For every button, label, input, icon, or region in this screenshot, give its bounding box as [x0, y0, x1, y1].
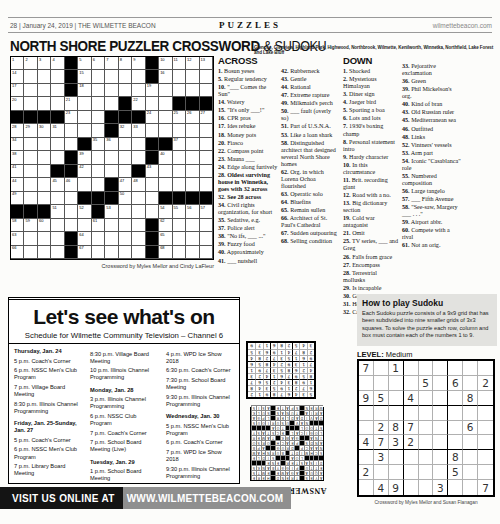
crossword-byline: Crossword by Myles Mellor and Cindy LaFl… — [10, 263, 214, 269]
crossword-cell: A — [289, 435, 294, 440]
crossword-cell-number: 53 — [106, 205, 110, 210]
sudoku-solution-digit: 8 — [302, 350, 305, 355]
crossword-cell-number: 19 — [147, 83, 151, 88]
crossword-solution-letter: E — [252, 456, 256, 460]
sudoku-cell: 8 — [463, 391, 478, 406]
sudoku-cell: 7 — [292, 349, 299, 355]
crossword-black-cell — [146, 246, 159, 259]
crossword-clue: 45. Mediterranean sea — [402, 117, 462, 124]
sudoku-cell: 1 — [248, 367, 255, 373]
crossword-solution-letter: E — [252, 476, 256, 480]
sudoku-cell — [374, 361, 389, 376]
crossword-solution-letter: N — [314, 436, 318, 440]
clue-number: 24. — [218, 164, 226, 170]
clue-number: 20. — [218, 140, 226, 146]
crossword-solution-letter: E — [310, 406, 314, 410]
sudoku-solution-digit: 4 — [273, 362, 276, 367]
sudoku-cell: 7 — [404, 421, 419, 436]
crossword-solution-letter: S — [257, 431, 261, 435]
crossword-cell — [132, 232, 145, 245]
crossword-cell — [105, 97, 118, 110]
schedule-day-heading: Tuesday, Jan. 29 — [90, 459, 158, 466]
crossword-cell: B — [270, 465, 275, 470]
sudoku-cell — [478, 361, 493, 376]
sudoku-cell: 4 — [307, 367, 314, 373]
clue-number: 8. — [343, 139, 348, 145]
sudoku-cell — [433, 391, 448, 406]
crossword-solution-letter: S — [319, 451, 323, 455]
crossword-cell: 26 — [186, 111, 199, 124]
crossword-solution-letter: G — [276, 446, 280, 450]
across-clues-column-1: 1. Bosun yeses5. Regular tendency10. "__… — [218, 68, 278, 266]
sudoku-cell — [419, 480, 434, 495]
crossword-cell-number: 35 — [93, 137, 97, 142]
crossword-cell: G — [309, 430, 314, 435]
sudoku-solution-digit: 2 — [295, 386, 298, 391]
crossword-solution-letter: A — [305, 411, 309, 415]
clue-number: 4. — [343, 99, 348, 105]
crossword-cell-number: 32 — [120, 124, 124, 129]
crossword-solution-letter: L — [286, 416, 290, 420]
crossword-cell — [51, 219, 64, 232]
crossword-cell: H — [261, 450, 266, 455]
crossword-cell — [24, 70, 37, 83]
footer-banner-text: VISIT US ONLINE AT — [0, 487, 123, 509]
sudoku-cell — [448, 406, 463, 421]
sudoku-solution-digit: 7 — [273, 356, 276, 361]
sudoku-cell: 8 — [448, 450, 463, 465]
crossword-solution-letter: T — [314, 426, 318, 430]
crossword-cell: 68 — [159, 246, 172, 259]
crossword-solution-letter: I — [305, 431, 309, 435]
crossword-cell: O — [304, 425, 309, 430]
clue-number: 46. — [402, 126, 410, 132]
crossword-solution-letter: D — [319, 416, 323, 420]
crossword-cell-number: 6 — [93, 57, 95, 62]
sudoku-cell: 6 — [307, 385, 314, 391]
sudoku-given-digit: 8 — [392, 421, 399, 433]
crossword-cell-number: 54 — [160, 205, 164, 210]
schedule-listing: 7 p.m. School Board Meeting (Live) — [90, 439, 158, 453]
crossword-cell: E — [251, 475, 256, 480]
clue-number: 52. — [402, 142, 410, 148]
crossword-cell: P — [294, 465, 299, 470]
crossword-black-cell — [256, 425, 261, 430]
crossword-cell-number: 47 — [120, 178, 124, 183]
crossword-cell: A — [261, 430, 266, 435]
crossword-black-cell — [65, 151, 78, 164]
clue-number: 9. — [343, 154, 348, 160]
clue-number: 55. — [402, 173, 410, 179]
sudoku-cell: 6 — [270, 343, 277, 349]
clue-number: 32. — [343, 309, 351, 315]
schedule-column: 8:30 p.m. Village Board Meeting10 p.m. I… — [90, 348, 158, 482]
crossword-cell — [92, 70, 105, 83]
crossword-solution-letter: S — [295, 406, 299, 410]
crossword-cell: O — [275, 425, 280, 430]
sudoku-cell — [359, 450, 374, 465]
sudoku-cell: 5 — [292, 343, 299, 349]
crossword-cell — [51, 246, 64, 259]
crossword-cell — [200, 232, 213, 245]
sudoku-cell: 9 — [248, 343, 255, 349]
sudoku-solution-digit: 7 — [280, 392, 283, 397]
crossword-cell — [132, 138, 145, 151]
sudoku-solution-digit: 1 — [302, 362, 305, 367]
crossword-black-cell — [173, 97, 186, 110]
crossword-cell — [92, 232, 105, 245]
sudoku-solution-digit: 7 — [295, 350, 298, 355]
schedule-listing: 7 p.m. Library Board Meeting — [14, 463, 82, 477]
crossword-black-cell — [299, 465, 304, 470]
crossword-clue: 47. Extreme rapture — [281, 92, 340, 99]
crossword-cell — [24, 97, 37, 110]
sudoku-cell — [419, 361, 434, 376]
crossword-cell — [105, 151, 118, 164]
crossword-cell: 57 — [200, 205, 213, 218]
sudoku-cell: 7 — [270, 355, 277, 361]
crossword-cell — [186, 70, 199, 83]
crossword-cell: 8 — [119, 57, 132, 70]
crossword-cell: R — [256, 475, 261, 480]
sudoku-cell — [463, 406, 478, 421]
crossword-solution-letter: A — [286, 471, 290, 475]
crossword-solution-letter: L — [319, 431, 323, 435]
crossword-solution-letter: I — [290, 466, 294, 470]
crossword-solution-letter: O — [305, 426, 309, 430]
sudoku-cell: 5 — [270, 385, 277, 391]
crossword-cell: A — [285, 440, 290, 445]
sudoku-cell — [419, 465, 434, 480]
crossword-black-cell — [313, 455, 318, 460]
crossword-clue: 50. ___ fault (overly so) — [281, 108, 340, 122]
crossword-cell — [173, 178, 186, 191]
clue-number: 17. — [218, 123, 226, 129]
sudoku-cell: 9 — [292, 373, 299, 379]
crossword-clue: 23. Mauna ___ — [218, 156, 278, 163]
crossword-cell — [119, 205, 132, 218]
sudoku-cell: 6 — [285, 391, 292, 397]
crossword-cell: 30 — [38, 124, 51, 137]
crossword-solution-letter: A — [310, 446, 314, 450]
crossword-cell: U — [289, 410, 294, 415]
crossword-black-cell — [285, 450, 290, 455]
crossword-cell: E — [280, 415, 285, 420]
crossword-cell: D — [289, 415, 294, 420]
crossword-clue: 12. Road with a no. — [343, 192, 399, 199]
sudoku-given-digit: 3 — [392, 436, 399, 448]
crossword-cell: S — [304, 440, 309, 445]
crossword-cell — [159, 97, 172, 110]
sudoku-solution-digit: 3 — [302, 392, 305, 397]
sudoku-cell: 8 — [389, 421, 404, 436]
crossword-cell: U — [285, 420, 290, 425]
crossword-cell-number: 41 — [12, 164, 16, 169]
crossword-cell — [186, 178, 199, 191]
crossword-clue: 13. Big dictionary section — [343, 200, 399, 214]
crossword-black-cell — [251, 460, 256, 465]
crossword-cell: 24 — [146, 111, 159, 124]
crossword-cell-number: 4 — [52, 57, 54, 62]
crossword-cell: M — [261, 470, 266, 475]
crossword-solution-letter: R — [262, 441, 266, 445]
clue-number: 59. — [402, 219, 410, 225]
sudoku-cell: 9 — [307, 355, 314, 361]
crossword-black-cell — [299, 405, 304, 410]
crossword-cell: S — [275, 410, 280, 415]
clue-number: 39. — [218, 241, 226, 247]
crossword-cell: A — [304, 470, 309, 475]
crossword-cell: S — [318, 425, 323, 430]
crossword-cell — [159, 124, 172, 137]
clue-number: 54. — [402, 158, 410, 164]
crossword-clue: 21. Omit — [343, 230, 399, 237]
header-top-rule — [8, 17, 492, 18]
crossword-cell — [38, 246, 51, 259]
crossword-cell: T — [280, 405, 285, 410]
sudoku-solution-digit: 6 — [258, 380, 261, 385]
across-clues-column-2: 42. Rubberneck43. Gentle44. Rational47. … — [281, 68, 340, 246]
schedule-listing: 10 p.m. Illinois Channel Programming — [90, 367, 158, 381]
sudoku-cell — [404, 406, 419, 421]
crossword-solution-letter: B — [271, 466, 275, 470]
crossword-cell — [24, 246, 37, 259]
crossword-cell: P — [289, 405, 294, 410]
crossword-cell: 17 — [11, 84, 24, 97]
crossword-cell: A — [285, 470, 290, 475]
sudoku-solution-digit: 4 — [287, 350, 290, 355]
crossword-black-cell — [132, 165, 145, 178]
crossword-black-cell — [173, 192, 186, 205]
crossword-black-cell — [261, 460, 266, 465]
crossword-cell: A — [318, 410, 323, 415]
crossword-black-cell — [92, 192, 105, 205]
clue-number: 38. — [218, 233, 226, 239]
crossword-cell: S — [294, 405, 299, 410]
crossword-cell: H — [309, 450, 314, 455]
sudoku-cell: 2 — [478, 376, 493, 391]
clue-number: 68. — [281, 238, 289, 244]
crossword-cell: V — [294, 420, 299, 425]
crossword-cell: A — [318, 440, 323, 445]
crossword-cell — [38, 138, 51, 151]
sudoku-cell — [389, 376, 404, 391]
crossword-cell-number: 56 — [187, 205, 191, 210]
sudoku-given-digit: 7 — [363, 362, 370, 374]
crossword-cell: W — [285, 435, 290, 440]
crossword-cell — [159, 178, 172, 191]
sudoku-solution-digit: 6 — [280, 374, 283, 379]
sudoku-cell — [433, 361, 448, 376]
crossword-cell: P — [299, 445, 304, 450]
crossword-cell: 35 — [92, 138, 105, 151]
crossword-cell: 66 — [11, 246, 24, 259]
crossword-cell: O — [261, 420, 266, 425]
crossword-cell-number: 31 — [52, 124, 56, 129]
crossword-solution-letter: N — [319, 446, 323, 450]
sudoku-cell: 2 — [299, 367, 306, 373]
crossword-solution-letter: T — [257, 471, 261, 475]
crossword-cell — [65, 124, 78, 137]
crossword-cell: U — [280, 445, 285, 450]
sudoku-cell — [448, 391, 463, 406]
crossword-cell: C — [304, 445, 309, 450]
sudoku-solution-digit: 5 — [265, 380, 268, 385]
sudoku-solution-digit: 1 — [295, 356, 298, 361]
crossword-black-cell — [24, 111, 37, 124]
crossword-solution-letter: E — [276, 461, 280, 465]
sudoku-cell: 1 — [389, 361, 404, 376]
crossword-solution-letter: A — [300, 421, 304, 425]
crossword-cell — [186, 138, 199, 151]
sudoku-cell: 7 — [277, 391, 284, 397]
sudoku-cell: 6 — [299, 355, 306, 361]
crossword-solution-letter: S — [252, 406, 256, 410]
sudoku-cell: 2 — [263, 355, 270, 361]
newspaper-puzzle-page: 28 | January 24, 2019 | THE WILMETTE BEA… — [0, 0, 500, 524]
sudoku-solution-digit: 7 — [287, 374, 290, 379]
crossword-solution-letter: S — [257, 441, 261, 445]
crossword-solution-letter: U — [290, 411, 294, 415]
crossword-cell — [24, 178, 37, 191]
crossword-cell — [38, 165, 51, 178]
sudoku-cell: 8 — [270, 391, 277, 397]
crossword-cell-number: 8 — [120, 57, 122, 62]
sudoku-cell: 1 — [255, 391, 262, 397]
crossword-cell — [65, 219, 78, 232]
crossword-black-cell — [270, 440, 275, 445]
sudoku-cell: 8 — [263, 361, 270, 367]
crossword-cell: Y — [251, 430, 256, 435]
crossword-solution-letter: M — [305, 451, 309, 455]
crossword-black-cell — [11, 205, 24, 218]
crossword-solution-letter: E — [276, 406, 280, 410]
crossword-cell: G — [256, 415, 261, 420]
crossword-solution-letter: U — [281, 446, 285, 450]
crossword-cell: T — [270, 435, 275, 440]
crossword-cell — [24, 151, 37, 164]
crossword-solution-letter: C — [305, 446, 309, 450]
website-url: wilmettebeacon.com — [433, 22, 492, 29]
crossword-black-cell — [78, 192, 91, 205]
crossword-cell: R — [270, 420, 275, 425]
sudoku-given-digit: 4 — [377, 482, 384, 494]
clue-number: 58. — [402, 204, 410, 210]
clue-number: 34. — [218, 202, 226, 208]
crossword-cell: A — [313, 415, 318, 420]
crossword-cell: 58 — [11, 219, 24, 232]
crossword-clue: 17. Ides rebuke — [218, 123, 278, 130]
crossword-solution-letter: L — [300, 456, 304, 460]
crossword-solution-letter: G — [295, 436, 299, 440]
schedule-listing: 7 p.m. WPD Ice Show 2018 — [166, 449, 234, 463]
crossword-cell: C — [299, 430, 304, 435]
crossword-cell: D — [275, 475, 280, 480]
crossword-cell-number: 1 — [12, 57, 14, 62]
crossword-cell-number: 16 — [160, 70, 164, 75]
crossword-cell — [24, 165, 37, 178]
sudoku-cell: 8 — [292, 379, 299, 385]
crossword-solution-letter: N — [281, 476, 285, 480]
sudoku-cell: 3 — [389, 435, 404, 450]
crossword-cell — [51, 192, 64, 205]
sudoku-cell — [359, 480, 374, 495]
crossword-cell: A — [265, 435, 270, 440]
crossword-solution-letter: R — [290, 476, 294, 480]
crossword-solution-letter: L — [257, 411, 261, 415]
sudoku-cell: 2 — [404, 435, 419, 450]
crossword-cell: 19 — [146, 84, 159, 97]
crossword-cell: I — [313, 460, 318, 465]
answers-crossword-solution-grid: AYESTRENDHEREAQUAAGAMEEMTSETTUPIGGYBANKS… — [250, 407, 324, 481]
crossword-cell — [173, 219, 186, 232]
crossword-solution-letter: D — [262, 456, 266, 460]
crossword-black-cell — [65, 165, 78, 178]
crossword-clue: 43. Old Russian ruler — [402, 109, 462, 116]
crossword-black-cell — [270, 405, 275, 410]
crossword-black-cell — [270, 410, 275, 415]
crossword-black-cell — [299, 435, 304, 440]
crossword-cell — [51, 151, 64, 164]
sudoku-cell: 7 — [248, 379, 255, 385]
crossword-cell: S — [309, 460, 314, 465]
crossword-cell: R — [289, 475, 294, 480]
crossword-solution-letter: N — [305, 406, 309, 410]
crossword-solution-letter: D — [290, 446, 294, 450]
crossword-cell: G — [294, 435, 299, 440]
sudoku-cell: 1 — [270, 373, 277, 379]
crossword-clue: 43. Gentle — [281, 76, 340, 83]
crossword-cell: C — [275, 430, 280, 435]
crossword-cell: N — [265, 450, 270, 455]
crossword-cell: S — [251, 405, 256, 410]
crossword-cell — [92, 178, 105, 191]
crossword-cell: 16 — [159, 70, 172, 83]
sudoku-cell: 2 — [292, 385, 299, 391]
crossword-cell: 65 — [159, 232, 172, 245]
crossword-cell — [105, 70, 118, 83]
crossword-cell: A — [309, 435, 314, 440]
crossword-cell — [38, 232, 51, 245]
crossword-black-cell — [51, 111, 64, 124]
crossword-cell: 61 — [92, 219, 105, 232]
sudoku-cell — [374, 406, 389, 421]
sudoku-cell — [478, 406, 493, 421]
crossword-solution-letter: S — [262, 406, 266, 410]
crossword-cell: E — [265, 460, 270, 465]
crossword-black-cell — [304, 455, 309, 460]
crossword-cell — [146, 205, 159, 218]
crossword-black-cell — [92, 205, 105, 218]
crossword-solution-letter: I — [310, 411, 314, 415]
crossword-solution-letter: A — [262, 431, 266, 435]
crossword-black-cell — [256, 460, 261, 465]
crossword-solution-letter: O — [266, 441, 270, 445]
crossword-cell: D — [318, 460, 323, 465]
sudoku-given-digit: 4 — [407, 392, 414, 404]
crossword-cell: B — [280, 450, 285, 455]
crossword-cell: M — [304, 450, 309, 455]
crossword-solution-letter: B — [281, 451, 285, 455]
crossword-cell — [200, 70, 213, 83]
crossword-solution-letter: S — [305, 441, 309, 445]
crossword-cell — [38, 192, 51, 205]
crossword-solution-letter: L — [266, 416, 270, 420]
crossword-clue: 56. Large tangelo — [402, 188, 462, 195]
sudoku-given-digit: 7 — [377, 436, 384, 448]
sudoku-cell: 9 — [299, 379, 306, 385]
crossword-cell: 31 — [51, 124, 64, 137]
